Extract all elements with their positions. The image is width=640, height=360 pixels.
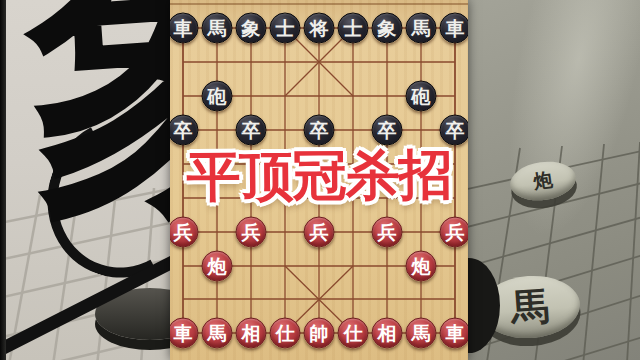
piece-red-elephant[interactable]: 相 (236, 318, 267, 349)
piece-black-advisor[interactable]: 士 (338, 13, 369, 44)
piece-red-elephant[interactable]: 相 (372, 318, 403, 349)
piece-red-advisor[interactable]: 仕 (270, 318, 301, 349)
piece-red-soldier[interactable]: 兵 (170, 217, 199, 248)
piece-black-elephant[interactable]: 象 (372, 13, 403, 44)
piece-red-soldier[interactable]: 兵 (372, 217, 403, 248)
piece-black-cannon[interactable]: 砲 (406, 81, 437, 112)
piece-red-general[interactable]: 帥 (304, 318, 335, 349)
left-art-panel: 象 (0, 0, 170, 360)
video-frame: 象 炮 馬 車馬象士将士象馬車砲砲卒卒卒卒卒兵兵兵兵兵炮炮 (0, 0, 640, 360)
left-edge-bar (0, 0, 6, 360)
piece-red-cannon[interactable]: 炮 (406, 251, 437, 282)
piece-red-horse[interactable]: 馬 (202, 318, 233, 349)
piece-red-horse[interactable]: 馬 (406, 318, 437, 349)
piece-black-chariot[interactable]: 車 (170, 13, 199, 44)
piece-red-soldier[interactable]: 兵 (304, 217, 335, 248)
piece-red-soldier[interactable]: 兵 (236, 217, 267, 248)
piece-red-chariot[interactable]: 車 (170, 318, 199, 349)
piece-red-cannon[interactable]: 炮 (202, 251, 233, 282)
piece-black-horse[interactable]: 馬 (202, 13, 233, 44)
calligraphy-character: 象 (18, 0, 170, 232)
video-title-text: 平顶冠杀招 (156, 139, 483, 215)
right-art-panel: 炮 馬 (468, 0, 640, 360)
piece-red-chariot[interactable]: 車 (440, 318, 469, 349)
piece-red-soldier[interactable]: 兵 (440, 217, 469, 248)
piece-black-horse[interactable]: 馬 (406, 13, 437, 44)
piece-black-elephant[interactable]: 象 (236, 13, 267, 44)
piece-black-general[interactable]: 将 (304, 13, 335, 44)
piece-red-advisor[interactable]: 仕 (338, 318, 369, 349)
piece-black-advisor[interactable]: 士 (270, 13, 301, 44)
piece-black-chariot[interactable]: 車 (440, 13, 469, 44)
piece-black-cannon[interactable]: 砲 (202, 81, 233, 112)
